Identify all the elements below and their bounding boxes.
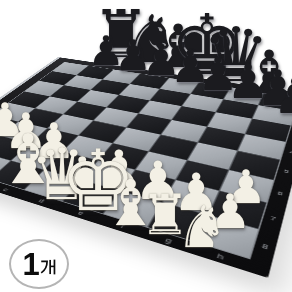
file-label: c <box>2 187 10 192</box>
rank-label: 8 <box>261 243 269 251</box>
file-label: e <box>77 210 85 216</box>
file-label: h <box>216 253 224 261</box>
badge-count: 1 <box>22 249 38 280</box>
file-label: g <box>165 237 173 244</box>
rank-label: 5 <box>283 169 289 174</box>
rank-label: 4 <box>289 150 292 154</box>
rank-label: 7 <box>270 215 277 222</box>
black-bishop-piece: ♝ <box>151 17 204 76</box>
quantity-badge: 1 <box>9 239 69 289</box>
black-knight-piece: ♞ <box>120 7 179 73</box>
hangul-gae-glyph <box>40 258 56 276</box>
file-label: d <box>38 198 46 204</box>
product-photo: abcdefgh 12345678 ♜♞♟♝♟♚♟♛♟♟♝♟♟♟♟♟♟♝♟♛♟♟… <box>0 0 292 292</box>
rank-label: 6 <box>277 191 284 197</box>
file-label: f <box>120 223 126 229</box>
black-rook-piece: ♜ <box>91 2 150 68</box>
